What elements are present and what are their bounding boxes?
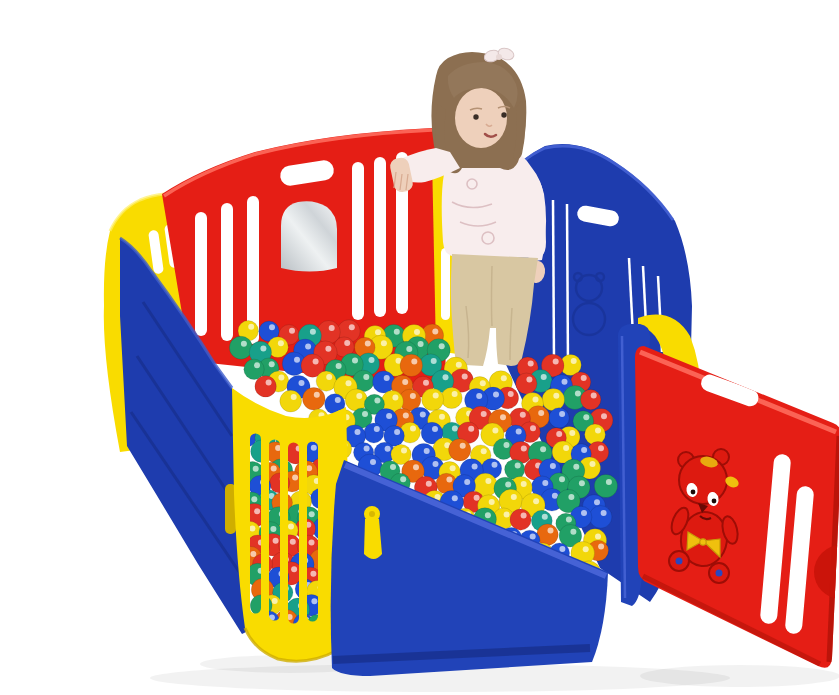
ball-highlight xyxy=(305,344,311,350)
ball-highlight xyxy=(292,475,298,481)
ball-highlight xyxy=(439,414,445,420)
ball-highlight xyxy=(402,379,408,385)
ball-highlight xyxy=(568,494,574,500)
ball-highlight xyxy=(269,324,275,330)
ball-highlight xyxy=(579,480,585,486)
blue-slit xyxy=(553,200,554,362)
mirror-window xyxy=(281,201,337,271)
ball-highlight xyxy=(533,397,539,403)
ball-highlight xyxy=(254,362,260,368)
red-slot-cutout xyxy=(221,203,233,341)
ball-highlight xyxy=(452,426,458,432)
ball-highlight xyxy=(559,546,565,552)
ball-highlight xyxy=(492,462,498,468)
ball-highlight xyxy=(413,464,419,470)
ball-highlight xyxy=(369,357,375,363)
play-ball xyxy=(280,390,302,412)
ball-highlight xyxy=(569,430,575,436)
ball-highlight xyxy=(452,391,458,397)
red-slot-cutout xyxy=(195,212,207,336)
ball-highlight xyxy=(288,523,294,529)
ball-highlight xyxy=(505,482,511,488)
play-ball xyxy=(364,423,384,443)
ball-highlight xyxy=(590,461,596,467)
ball-highlight xyxy=(271,465,277,471)
ball-highlight xyxy=(598,544,604,550)
ball-highlight xyxy=(270,526,276,532)
ball-highlight xyxy=(401,448,407,454)
ball-highlight xyxy=(431,358,437,364)
ball-highlight xyxy=(542,480,548,486)
ball-highlight xyxy=(533,498,539,504)
ball-highlight xyxy=(472,464,478,470)
ball-highlight xyxy=(278,375,284,381)
ball-highlight xyxy=(311,445,317,451)
ball-highlight xyxy=(481,411,487,417)
ball-highlight xyxy=(530,534,536,540)
play-ball xyxy=(345,389,367,411)
ball-highlight xyxy=(492,428,498,434)
ball-highlight xyxy=(559,476,565,482)
ball-highlight xyxy=(349,324,355,330)
ball-highlight xyxy=(400,476,406,482)
ball-highlight xyxy=(504,442,510,448)
ball-highlight xyxy=(443,374,449,380)
ball-highlight xyxy=(493,392,499,398)
ball-highlight xyxy=(386,413,392,419)
ball-highlight xyxy=(433,393,439,399)
ball-highlight xyxy=(468,426,474,432)
ball-highlight xyxy=(460,443,466,449)
ball-highlight xyxy=(406,346,412,352)
ball-highlight xyxy=(559,411,565,417)
ball-highlight xyxy=(326,374,332,380)
play-ball xyxy=(400,354,422,376)
ball-highlight xyxy=(583,414,589,420)
ball-highlight xyxy=(562,379,568,385)
ball-highlight xyxy=(272,598,278,604)
yellow-slot-cutout xyxy=(441,248,450,320)
ball-highlight xyxy=(260,345,266,351)
gate-door-assembly xyxy=(618,324,839,668)
red-slot-cutout xyxy=(352,162,364,320)
ball-highlight xyxy=(420,411,426,417)
ball-highlight xyxy=(521,513,527,519)
ball-highlight xyxy=(542,514,548,520)
ball-highlight xyxy=(432,328,438,334)
ball-highlight xyxy=(516,428,522,434)
front-latch xyxy=(364,506,382,559)
ball-highlight xyxy=(456,362,462,368)
ball-highlight xyxy=(309,511,315,517)
ball-highlight xyxy=(432,426,438,432)
play-ball xyxy=(581,389,601,409)
ball-highlight xyxy=(575,391,581,397)
ball-highlight xyxy=(363,374,369,380)
ball-highlight xyxy=(446,477,452,483)
ball-highlight xyxy=(291,394,297,400)
play-ball xyxy=(229,336,252,359)
ball-highlight xyxy=(423,380,429,386)
ball-highlight xyxy=(550,463,556,469)
ball-highlight xyxy=(594,499,600,505)
ball-highlight xyxy=(414,329,420,335)
ball-highlight xyxy=(294,357,300,363)
ball-highlight xyxy=(563,445,569,451)
ball-highlight xyxy=(598,445,604,451)
ball-highlight xyxy=(253,466,259,472)
ball-highlight xyxy=(390,464,396,470)
ball-highlight xyxy=(310,329,316,335)
ball-highlight xyxy=(556,431,562,437)
ball-highlight xyxy=(374,426,380,432)
ball-highlight xyxy=(335,397,341,403)
ball-highlight xyxy=(480,380,486,386)
ball-highlight xyxy=(501,375,507,381)
ball-highlight xyxy=(356,393,362,399)
ball-highlight xyxy=(583,546,589,552)
ball-highlight xyxy=(370,459,376,465)
ball-highlight xyxy=(553,393,559,399)
ball-highlight xyxy=(241,341,247,347)
ball-highlight xyxy=(540,446,546,452)
ball-highlight xyxy=(530,425,536,431)
ball-highlight xyxy=(485,478,491,484)
ball-highlight xyxy=(591,393,597,399)
play-ball xyxy=(316,371,336,391)
ball-highlight xyxy=(474,495,480,501)
ball-highlight xyxy=(410,393,416,399)
red-slot-cutout xyxy=(374,157,386,317)
ball-highlight xyxy=(311,598,317,604)
ball-highlight xyxy=(573,464,579,470)
ball-highlight xyxy=(439,343,445,349)
ball-highlight xyxy=(313,359,319,365)
ball-highlight xyxy=(595,533,601,539)
ball-highlight xyxy=(601,510,607,516)
child-eye-left xyxy=(473,114,478,119)
ball-highlight xyxy=(299,380,305,386)
ball-highlight xyxy=(538,410,544,416)
ball-highlight xyxy=(290,539,296,545)
ball-highlight xyxy=(289,328,295,334)
ball-highlight xyxy=(528,361,534,367)
ball-highlight xyxy=(248,324,254,330)
ball-highlight xyxy=(508,391,514,397)
ball-highlight xyxy=(411,358,417,364)
ball-highlight xyxy=(352,358,358,364)
ball-highlight xyxy=(581,375,587,381)
child-eye-right xyxy=(501,112,506,117)
door-shadow xyxy=(640,665,839,687)
ball-highlight xyxy=(566,516,572,522)
play-ball xyxy=(303,388,326,411)
ball-highlight xyxy=(392,395,398,401)
ball-highlight xyxy=(450,465,456,471)
ball-highlight xyxy=(385,446,391,452)
ball-highlight xyxy=(489,499,495,505)
ball-highlight xyxy=(365,341,371,347)
ball-highlight xyxy=(526,377,532,383)
ball-highlight xyxy=(520,412,526,418)
ball-highlight xyxy=(329,325,335,331)
play-ball xyxy=(510,509,531,530)
ball-highlight xyxy=(541,374,547,380)
ball-highlight xyxy=(581,510,587,516)
ball-highlight xyxy=(424,448,430,454)
ball-highlight xyxy=(581,447,587,453)
ball-highlight xyxy=(278,340,284,346)
ball-highlight xyxy=(548,528,554,534)
ball-highlight xyxy=(269,361,275,367)
play-ball xyxy=(255,376,276,397)
blue-slit xyxy=(567,204,568,368)
ball-highlight xyxy=(595,427,601,433)
ball-highlight xyxy=(364,446,370,452)
ball-highlight xyxy=(515,463,521,469)
ball-highlight xyxy=(309,540,315,546)
ball-highlight xyxy=(266,379,272,385)
ball-highlight xyxy=(500,414,506,420)
play-ball xyxy=(589,506,612,529)
ball-highlight xyxy=(570,529,576,535)
ball-highlight xyxy=(384,375,390,381)
ball-highlight xyxy=(511,494,517,500)
ball-highlight xyxy=(476,393,482,399)
play-ball xyxy=(449,439,471,461)
ball-highlight xyxy=(310,571,316,577)
ball-highlight xyxy=(601,413,607,419)
ball-highlight xyxy=(462,374,468,380)
play-ball xyxy=(441,387,462,408)
ball-highlight xyxy=(251,496,257,502)
play-ball xyxy=(516,373,537,394)
ball-highlight xyxy=(606,479,612,485)
ball-highlight xyxy=(362,411,368,417)
ball-highlight xyxy=(571,358,577,364)
ball-highlight xyxy=(250,551,256,557)
ball-highlight xyxy=(375,329,381,335)
ball-highlight xyxy=(481,448,487,454)
play-ball xyxy=(549,408,569,428)
ball-highlight xyxy=(521,481,527,487)
ball-highlight xyxy=(410,426,416,432)
ball-highlight xyxy=(452,495,458,501)
ball-highlight xyxy=(485,512,491,518)
ball-highlight xyxy=(464,479,470,485)
play-ball xyxy=(373,371,395,393)
ball-highlight xyxy=(521,446,527,452)
ball-highlight xyxy=(381,340,387,346)
ball-highlight xyxy=(418,341,424,347)
ball-highlight xyxy=(314,392,320,398)
ball-highlight xyxy=(403,413,409,419)
ball-highlight xyxy=(355,429,361,435)
ball-highlight xyxy=(291,566,297,572)
child-face xyxy=(455,88,507,148)
ball-highlight xyxy=(504,512,510,518)
ball-highlight xyxy=(374,397,380,403)
ball-highlight xyxy=(344,340,350,346)
ball-highlight xyxy=(325,346,331,352)
ball-highlight xyxy=(336,363,342,369)
ball-highlight xyxy=(346,380,352,386)
ball-highlight xyxy=(249,526,255,532)
ball-highlight xyxy=(553,359,559,365)
ball-highlight xyxy=(426,481,432,487)
ball-pit-product-photo xyxy=(40,16,839,695)
play-ball xyxy=(594,474,617,497)
play-ball xyxy=(422,389,444,411)
ball-highlight xyxy=(394,429,400,435)
ball-highlight xyxy=(394,329,400,335)
ball-highlight xyxy=(433,461,439,467)
ball-highlight xyxy=(254,508,260,514)
ball-highlight xyxy=(273,538,279,544)
